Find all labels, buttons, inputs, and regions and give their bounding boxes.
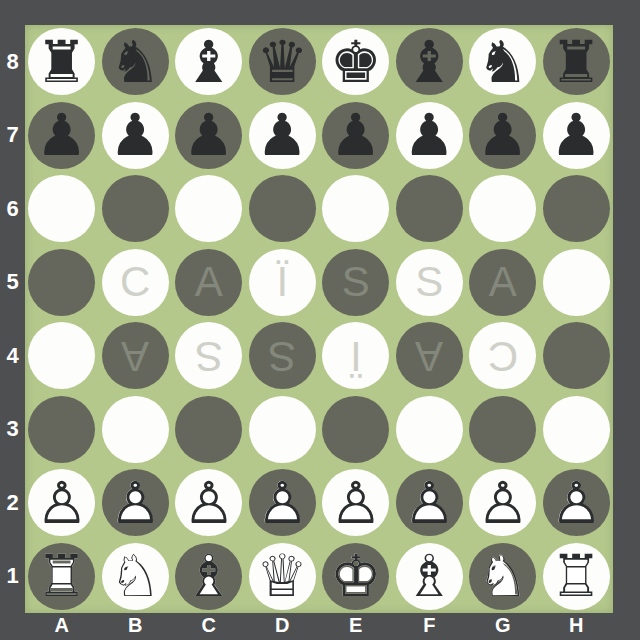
white-rook-icon: ♖ xyxy=(550,547,602,605)
square-f3[interactable] xyxy=(393,393,467,467)
square-disc-e1: ♚♔ xyxy=(322,543,389,610)
square-a4[interactable] xyxy=(25,319,99,393)
piece-white-pawn-d2: ♟♙ xyxy=(249,469,316,536)
watermark-letter-f4: A xyxy=(415,335,443,377)
square-disc-a2: ♟♙ xyxy=(28,469,95,536)
square-f1[interactable]: ♝♗ xyxy=(393,540,467,614)
square-c4[interactable]: S xyxy=(172,319,246,393)
square-g2[interactable]: ♟♙ xyxy=(466,466,540,540)
square-disc-g4: C xyxy=(469,322,536,389)
square-c2[interactable]: ♟♙ xyxy=(172,466,246,540)
square-disc-g1: ♞♘ xyxy=(469,543,536,610)
black-pawn-icon: ♟ xyxy=(330,106,382,164)
square-disc-c1: ♝♗ xyxy=(175,543,242,610)
square-disc-h8: ♜ xyxy=(543,28,610,95)
square-disc-d5: Ï xyxy=(249,249,316,316)
square-d8[interactable]: ♛ xyxy=(246,25,320,99)
rank-label-1: 1 xyxy=(0,540,25,614)
square-f4[interactable]: A xyxy=(393,319,467,393)
piece-black-pawn-a7: ♟ xyxy=(28,102,95,169)
white-pawn-icon: ♙ xyxy=(330,474,382,532)
square-disc-c4: S xyxy=(175,322,242,389)
square-disc-a8: ♜ xyxy=(28,28,95,95)
square-a8[interactable]: ♜ xyxy=(25,25,99,99)
square-a7[interactable]: ♟ xyxy=(25,99,99,173)
square-d3[interactable] xyxy=(246,393,320,467)
square-g1[interactable]: ♞♘ xyxy=(466,540,540,614)
square-d6[interactable] xyxy=(246,172,320,246)
white-knight-icon: ♘ xyxy=(109,547,161,605)
file-labels: ABCDEFGH xyxy=(25,613,613,640)
square-f8[interactable]: ♝ xyxy=(393,25,467,99)
black-bishop-icon: ♝ xyxy=(403,33,455,91)
piece-black-king-e8: ♚ xyxy=(322,28,389,95)
square-disc-g8: ♞ xyxy=(469,28,536,95)
white-pawn-icon: ♙ xyxy=(36,474,88,532)
square-h3[interactable] xyxy=(540,393,614,467)
piece-black-pawn-g7: ♟ xyxy=(469,102,536,169)
watermark-letter-e5: S xyxy=(342,261,370,303)
watermark-letter-g4: C xyxy=(488,335,518,377)
white-pawn-icon: ♙ xyxy=(109,474,161,532)
watermark-letter-b4: A xyxy=(121,335,149,377)
square-disc-a6 xyxy=(28,175,95,242)
square-disc-h6 xyxy=(543,175,610,242)
square-disc-g5: A xyxy=(469,249,536,316)
square-e7[interactable]: ♟ xyxy=(319,99,393,173)
white-king-icon: ♔ xyxy=(330,547,382,605)
square-disc-a3 xyxy=(28,396,95,463)
piece-black-knight-b8: ♞ xyxy=(102,28,169,95)
file-label-e: E xyxy=(319,613,393,640)
white-queen-icon: ♕ xyxy=(256,547,308,605)
square-c1[interactable]: ♝♗ xyxy=(172,540,246,614)
square-b4[interactable]: A xyxy=(99,319,173,393)
square-d1[interactable]: ♛♕ xyxy=(246,540,320,614)
square-g8[interactable]: ♞ xyxy=(466,25,540,99)
piece-black-rook-h8: ♜ xyxy=(543,28,610,95)
piece-black-pawn-b7: ♟ xyxy=(102,102,169,169)
piece-white-knight-b1: ♞♘ xyxy=(102,543,169,610)
piece-white-pawn-f2: ♟♙ xyxy=(396,469,463,536)
square-disc-f1: ♝♗ xyxy=(396,543,463,610)
square-e4[interactable]: Ï xyxy=(319,319,393,393)
square-disc-f8: ♝ xyxy=(396,28,463,95)
square-c8[interactable]: ♝ xyxy=(172,25,246,99)
square-e8[interactable]: ♚ xyxy=(319,25,393,99)
square-disc-f2: ♟♙ xyxy=(396,469,463,536)
square-disc-b1: ♞♘ xyxy=(102,543,169,610)
square-b6[interactable] xyxy=(99,172,173,246)
square-h4[interactable] xyxy=(540,319,614,393)
piece-black-pawn-f7: ♟ xyxy=(396,102,463,169)
black-bishop-icon: ♝ xyxy=(183,33,235,91)
piece-black-bishop-f8: ♝ xyxy=(396,28,463,95)
rank-label-3: 3 xyxy=(0,393,25,467)
piece-black-knight-g8: ♞ xyxy=(469,28,536,95)
piece-black-bishop-c8: ♝ xyxy=(175,28,242,95)
white-pawn-icon: ♙ xyxy=(477,474,529,532)
rank-label-4: 4 xyxy=(0,319,25,393)
piece-white-pawn-h2: ♟♙ xyxy=(543,469,610,536)
watermark-letter-c4: S xyxy=(195,335,223,377)
square-b3[interactable] xyxy=(99,393,173,467)
square-disc-e6 xyxy=(322,175,389,242)
square-disc-d8: ♛ xyxy=(249,28,316,95)
square-disc-g2: ♟♙ xyxy=(469,469,536,536)
black-knight-icon: ♞ xyxy=(109,33,161,91)
square-disc-h4 xyxy=(543,322,610,389)
piece-white-rook-h1: ♜♖ xyxy=(543,543,610,610)
black-pawn-icon: ♟ xyxy=(109,106,161,164)
piece-black-pawn-c7: ♟ xyxy=(175,102,242,169)
square-a6[interactable] xyxy=(25,172,99,246)
square-disc-f4: A xyxy=(396,322,463,389)
square-disc-c6 xyxy=(175,175,242,242)
file-label-b: B xyxy=(99,613,173,640)
watermark-letter-c5: A xyxy=(195,261,223,303)
piece-white-bishop-c1: ♝♗ xyxy=(175,543,242,610)
piece-white-pawn-c2: ♟♙ xyxy=(175,469,242,536)
piece-black-pawn-h7: ♟ xyxy=(543,102,610,169)
square-a1[interactable]: ♜♖ xyxy=(25,540,99,614)
black-pawn-icon: ♟ xyxy=(550,106,602,164)
square-h7[interactable]: ♟ xyxy=(540,99,614,173)
watermark-letter-f5: S xyxy=(415,261,443,303)
watermark-letter-e4: Ï xyxy=(350,335,362,377)
square-c7[interactable]: ♟ xyxy=(172,99,246,173)
square-disc-e4: Ï xyxy=(322,322,389,389)
square-disc-b2: ♟♙ xyxy=(102,469,169,536)
black-queen-icon: ♛ xyxy=(256,33,308,91)
piece-white-queen-d1: ♛♕ xyxy=(249,543,316,610)
square-disc-b3 xyxy=(102,396,169,463)
square-disc-b7: ♟ xyxy=(102,102,169,169)
square-disc-b6 xyxy=(102,175,169,242)
square-c6[interactable] xyxy=(172,172,246,246)
chessboard-frame: 87654321 ♜♞♝♛♚♝♞♜♟♟♟♟♟♟♟♟CAÏSSAASSÏAC♟♙♟… xyxy=(0,0,640,640)
rank-labels: 87654321 xyxy=(0,25,25,613)
square-disc-d6 xyxy=(249,175,316,242)
watermark-letter-d4: S xyxy=(268,335,296,377)
watermark-letter-b5: C xyxy=(120,261,150,303)
square-e6[interactable] xyxy=(319,172,393,246)
file-label-d: D xyxy=(246,613,320,640)
piece-white-pawn-b2: ♟♙ xyxy=(102,469,169,536)
square-a2[interactable]: ♟♙ xyxy=(25,466,99,540)
piece-black-pawn-e7: ♟ xyxy=(322,102,389,169)
square-e1[interactable]: ♚♔ xyxy=(319,540,393,614)
square-b1[interactable]: ♞♘ xyxy=(99,540,173,614)
square-d5[interactable]: Ï xyxy=(246,246,320,320)
square-g3[interactable] xyxy=(466,393,540,467)
square-b2[interactable]: ♟♙ xyxy=(99,466,173,540)
square-f2[interactable]: ♟♙ xyxy=(393,466,467,540)
square-disc-a7: ♟ xyxy=(28,102,95,169)
square-disc-b8: ♞ xyxy=(102,28,169,95)
square-g7[interactable]: ♟ xyxy=(466,99,540,173)
square-c3[interactable] xyxy=(172,393,246,467)
file-label-f: F xyxy=(393,613,467,640)
square-g6[interactable] xyxy=(466,172,540,246)
square-disc-a4 xyxy=(28,322,95,389)
square-disc-g3 xyxy=(469,396,536,463)
file-label-h: H xyxy=(540,613,614,640)
piece-white-rook-a1: ♜♖ xyxy=(28,543,95,610)
square-h5[interactable] xyxy=(540,246,614,320)
square-h2[interactable]: ♟♙ xyxy=(540,466,614,540)
square-disc-f3 xyxy=(396,396,463,463)
square-disc-f7: ♟ xyxy=(396,102,463,169)
square-disc-e8: ♚ xyxy=(322,28,389,95)
square-disc-h1: ♜♖ xyxy=(543,543,610,610)
square-disc-d1: ♛♕ xyxy=(249,543,316,610)
square-f7[interactable]: ♟ xyxy=(393,99,467,173)
square-disc-b5: C xyxy=(102,249,169,316)
piece-white-king-e1: ♚♔ xyxy=(322,543,389,610)
square-disc-f5: S xyxy=(396,249,463,316)
rank-label-7: 7 xyxy=(0,99,25,173)
square-disc-e7: ♟ xyxy=(322,102,389,169)
square-disc-d7: ♟ xyxy=(249,102,316,169)
piece-white-pawn-a2: ♟♙ xyxy=(28,469,95,536)
square-e2[interactable]: ♟♙ xyxy=(319,466,393,540)
piece-white-pawn-e2: ♟♙ xyxy=(322,469,389,536)
rank-label-5: 5 xyxy=(0,246,25,320)
square-disc-h5 xyxy=(543,249,610,316)
white-pawn-icon: ♙ xyxy=(183,474,235,532)
square-h6[interactable] xyxy=(540,172,614,246)
piece-white-pawn-g2: ♟♙ xyxy=(469,469,536,536)
square-disc-c8: ♝ xyxy=(175,28,242,95)
square-disc-a1: ♜♖ xyxy=(28,543,95,610)
black-king-icon: ♚ xyxy=(330,33,382,91)
white-pawn-icon: ♙ xyxy=(550,474,602,532)
file-label-a: A xyxy=(25,613,99,640)
black-pawn-icon: ♟ xyxy=(256,106,308,164)
square-disc-c5: A xyxy=(175,249,242,316)
black-rook-icon: ♜ xyxy=(36,33,88,91)
square-disc-c3 xyxy=(175,396,242,463)
rank-label-6: 6 xyxy=(0,172,25,246)
square-disc-d3 xyxy=(249,396,316,463)
square-disc-h2: ♟♙ xyxy=(543,469,610,536)
square-disc-e3 xyxy=(322,396,389,463)
square-h1[interactable]: ♜♖ xyxy=(540,540,614,614)
square-d2[interactable]: ♟♙ xyxy=(246,466,320,540)
black-pawn-icon: ♟ xyxy=(36,106,88,164)
piece-black-rook-a8: ♜ xyxy=(28,28,95,95)
square-b8[interactable]: ♞ xyxy=(99,25,173,99)
square-disc-g6 xyxy=(469,175,536,242)
square-d4[interactable]: S xyxy=(246,319,320,393)
black-pawn-icon: ♟ xyxy=(183,106,235,164)
watermark-letter-g5: A xyxy=(489,261,517,303)
file-label-g: G xyxy=(466,613,540,640)
square-b5[interactable]: C xyxy=(99,246,173,320)
watermark-letter-d5: Ï xyxy=(276,261,288,303)
piece-black-queen-d8: ♛ xyxy=(249,28,316,95)
square-disc-e5: S xyxy=(322,249,389,316)
black-rook-icon: ♜ xyxy=(550,33,602,91)
square-disc-b4: A xyxy=(102,322,169,389)
white-bishop-icon: ♗ xyxy=(183,547,235,605)
square-h8[interactable]: ♜ xyxy=(540,25,614,99)
square-disc-h7: ♟ xyxy=(543,102,610,169)
square-f5[interactable]: S xyxy=(393,246,467,320)
square-b7[interactable]: ♟ xyxy=(99,99,173,173)
square-a5[interactable] xyxy=(25,246,99,320)
white-pawn-icon: ♙ xyxy=(256,474,308,532)
white-knight-icon: ♘ xyxy=(477,547,529,605)
square-e3[interactable] xyxy=(319,393,393,467)
square-disc-h3 xyxy=(543,396,610,463)
square-disc-c2: ♟♙ xyxy=(175,469,242,536)
square-disc-a5 xyxy=(28,249,95,316)
square-disc-g7: ♟ xyxy=(469,102,536,169)
white-bishop-icon: ♗ xyxy=(403,547,455,605)
square-disc-f6 xyxy=(396,175,463,242)
black-knight-icon: ♞ xyxy=(477,33,529,91)
rank-label-2: 2 xyxy=(0,466,25,540)
file-label-c: C xyxy=(172,613,246,640)
piece-black-pawn-d7: ♟ xyxy=(249,102,316,169)
piece-white-bishop-f1: ♝♗ xyxy=(396,543,463,610)
square-d7[interactable]: ♟ xyxy=(246,99,320,173)
square-f6[interactable] xyxy=(393,172,467,246)
square-disc-c7: ♟ xyxy=(175,102,242,169)
square-a3[interactable] xyxy=(25,393,99,467)
square-disc-d2: ♟♙ xyxy=(249,469,316,536)
black-pawn-icon: ♟ xyxy=(403,106,455,164)
square-e5[interactable]: S xyxy=(319,246,393,320)
black-pawn-icon: ♟ xyxy=(477,106,529,164)
white-rook-icon: ♖ xyxy=(36,547,88,605)
board-grid: ♜♞♝♛♚♝♞♜♟♟♟♟♟♟♟♟CAÏSSAASSÏAC♟♙♟♙♟♙♟♙♟♙♟♙… xyxy=(25,25,613,613)
square-disc-e2: ♟♙ xyxy=(322,469,389,536)
white-pawn-icon: ♙ xyxy=(403,474,455,532)
square-g5[interactable]: A xyxy=(466,246,540,320)
piece-white-knight-g1: ♞♘ xyxy=(469,543,536,610)
square-c5[interactable]: A xyxy=(172,246,246,320)
square-disc-d4: S xyxy=(249,322,316,389)
square-g4[interactable]: C xyxy=(466,319,540,393)
rank-label-8: 8 xyxy=(0,25,25,99)
